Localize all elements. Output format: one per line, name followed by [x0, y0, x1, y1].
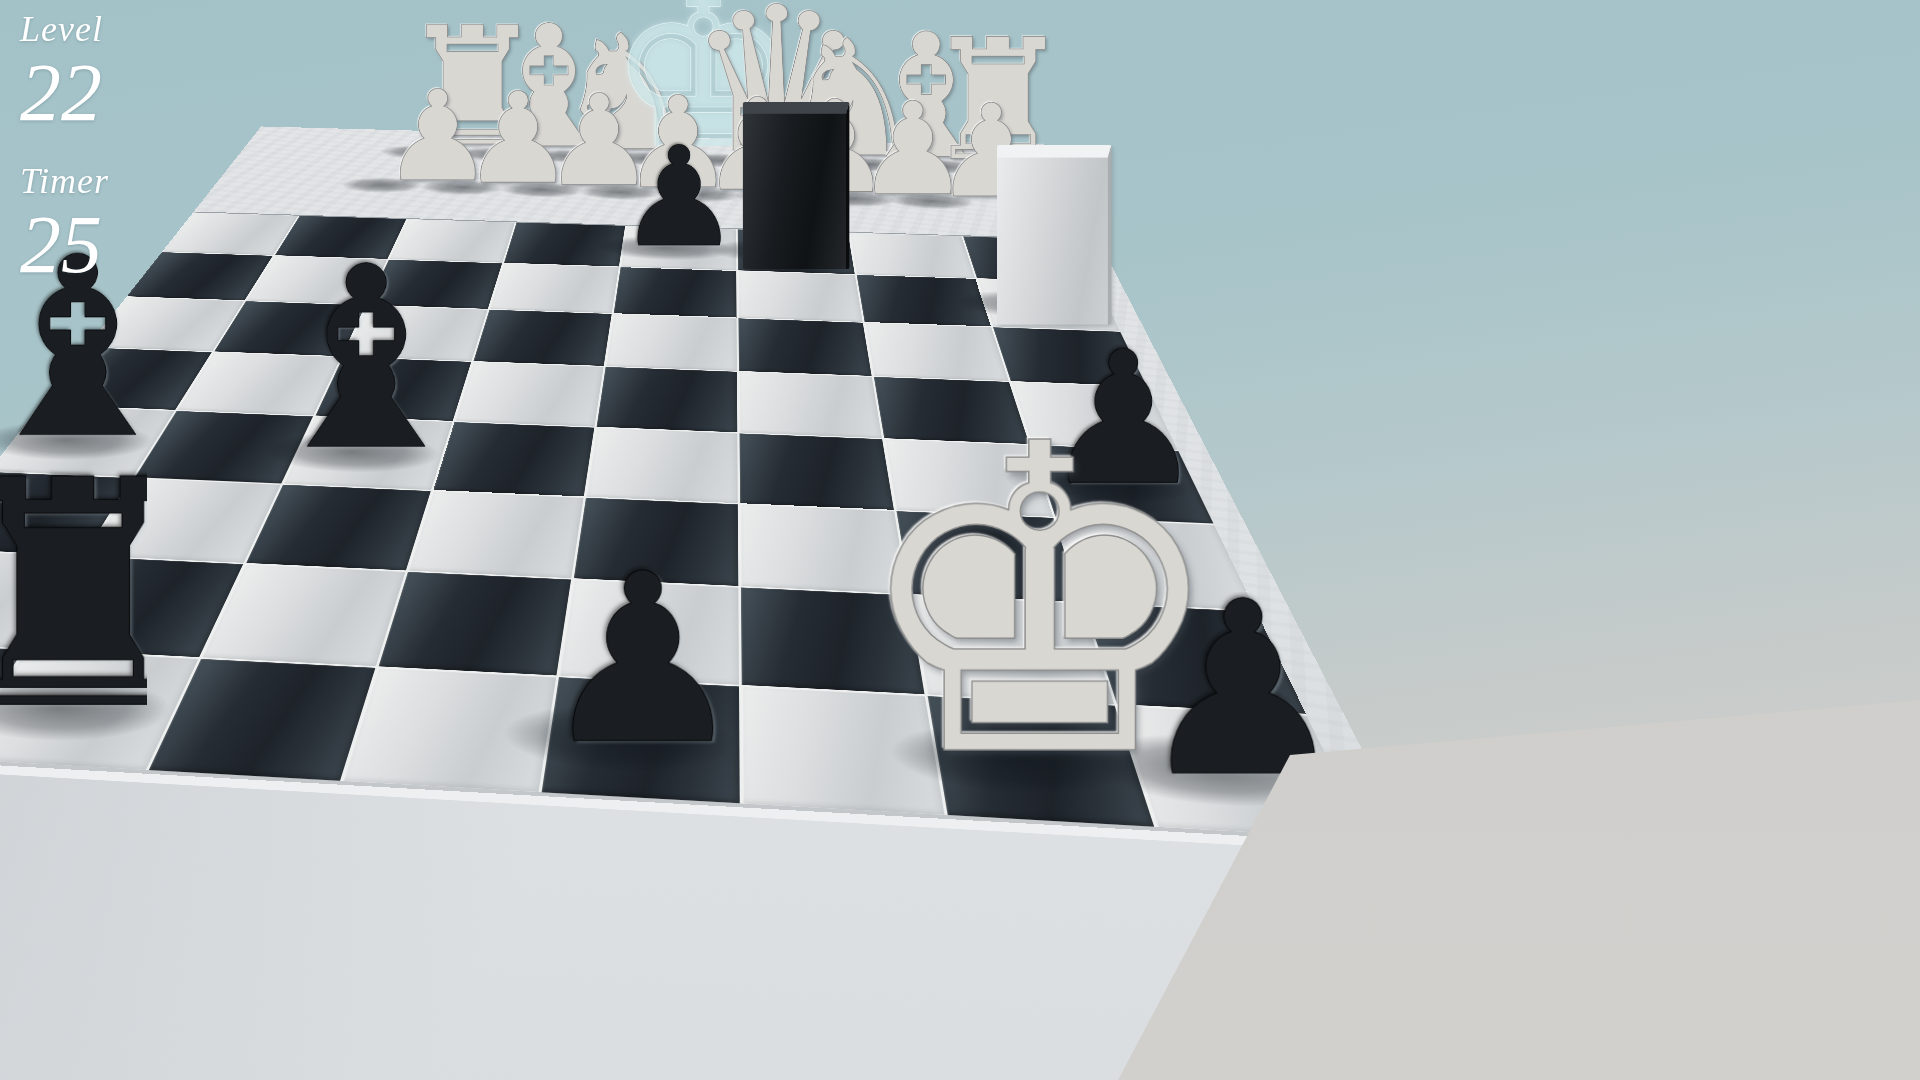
square-e1[interactable]: ♟: [541, 677, 740, 803]
black-rook[interactable]: ♜: [0, 468, 213, 725]
square-f8[interactable]: [738, 229, 855, 274]
square-e5[interactable]: [596, 367, 737, 432]
white-block: [997, 145, 1112, 325]
square-d6[interactable]: [474, 310, 612, 366]
timer-value: 25: [20, 204, 109, 286]
timer-label: Timer: [20, 160, 109, 202]
level-value: 22: [20, 52, 109, 134]
black-block: [743, 102, 850, 269]
scene-3d: ♜♝♞♚♛♞♝♜♟♟♟♟♟♟♟♟ ♟♝♝♟♜♟♚♟: [0, 0, 1920, 1080]
square-e7[interactable]: [613, 267, 736, 317]
black-pawn[interactable]: ♟: [538, 564, 747, 755]
square-e4[interactable]: [586, 427, 738, 503]
square-d7[interactable]: [490, 263, 619, 313]
square-g1[interactable]: ♚: [928, 696, 1154, 827]
square-c4[interactable]: ♝: [283, 416, 452, 490]
square-g8[interactable]: [850, 233, 975, 278]
level-label: Level: [20, 8, 109, 50]
chess-board[interactable]: ♟♝♝♟♜♟♚♟: [0, 212, 1369, 843]
square-e6[interactable]: [605, 314, 736, 371]
game-viewport: ♜♝♞♚♛♞♝♜♟♟♟♟♟♟♟♟ ♟♝♝♟♜♟♚♟ Level 22 Timer…: [0, 0, 1920, 1080]
marble-table: ♜♝♞♚♛♞♝♜♟♟♟♟♟♟♟♟ ♟♝♝♟♜♟♚♟: [0, 126, 1920, 1080]
hud-panel: Level 22 Timer 25: [20, 8, 109, 312]
black-bishop[interactable]: ♝: [254, 256, 480, 462]
square-e8[interactable]: ♟: [620, 226, 736, 271]
square-h1[interactable]: ♟: [1117, 706, 1367, 839]
square-f7[interactable]: [738, 271, 863, 322]
black-pawn[interactable]: ♟: [617, 141, 741, 254]
black-pawn[interactable]: ♟: [1136, 592, 1351, 789]
square-b1[interactable]: ♜: [0, 650, 198, 770]
